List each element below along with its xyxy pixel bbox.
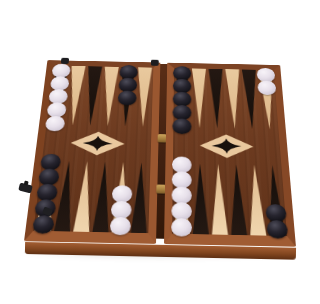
point-15	[81, 66, 103, 127]
checker-stack-point-6	[171, 156, 192, 236]
back-clasp-icon	[151, 60, 159, 66]
point-4	[209, 162, 230, 234]
white-checker	[45, 116, 66, 132]
point-2	[245, 163, 268, 235]
checker-stack-point-13	[45, 64, 71, 132]
black-checker	[266, 220, 288, 239]
point-21	[207, 69, 226, 130]
board-left-half	[24, 60, 160, 244]
point-22	[224, 69, 244, 130]
backgammon-board	[24, 60, 296, 247]
white-checker	[257, 80, 276, 95]
checker-stack-point-1	[265, 204, 288, 239]
point-3	[227, 163, 249, 235]
point-7	[129, 161, 150, 233]
left-playing-field	[33, 66, 153, 234]
black-checker	[117, 90, 136, 105]
point-20	[191, 68, 209, 129]
checker-stack-point-24	[256, 68, 276, 95]
right-playing-field	[172, 68, 287, 236]
black-checker	[32, 215, 55, 234]
board-perspective-wrapper	[24, 60, 296, 247]
side-latch-icon	[18, 183, 33, 194]
point-5	[191, 162, 210, 234]
diamond-inlay-icon	[68, 130, 127, 157]
diamond-inlay-icon	[198, 133, 256, 160]
checker-stack-point-19	[173, 66, 192, 134]
board-right-half	[164, 63, 296, 247]
point-10	[72, 160, 97, 232]
back-clasp-icon	[61, 58, 69, 64]
backgammon-product-photo	[0, 0, 320, 304]
checker-stack-point-8	[109, 185, 132, 235]
black-checker	[173, 118, 192, 134]
white-checker	[171, 218, 192, 237]
checker-stack-point-17	[117, 65, 138, 106]
white-checker	[109, 217, 131, 236]
